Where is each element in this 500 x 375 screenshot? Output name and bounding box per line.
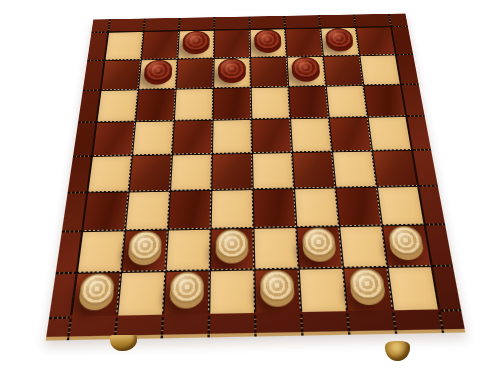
square-f8[interactable] [286, 29, 322, 56]
square-c3[interactable] [169, 191, 210, 229]
square-c4[interactable] [171, 155, 211, 190]
photo-background [0, 0, 500, 375]
square-g2[interactable] [340, 226, 386, 266]
square-f6[interactable] [289, 87, 327, 118]
checker-light-h2[interactable] [387, 226, 425, 260]
square-f3[interactable] [295, 189, 338, 227]
stitch-line [413, 149, 431, 151]
square-a7[interactable] [102, 60, 140, 89]
square-f1[interactable] [300, 269, 346, 312]
stitch-line [68, 191, 87, 193]
checker-dark-f7[interactable] [291, 57, 321, 82]
stitch-line [78, 121, 96, 123]
frame-stitch-lines [93, 14, 405, 20]
square-e8[interactable] [251, 29, 286, 56]
square-g1[interactable] [344, 268, 392, 311]
stitch-line [440, 309, 461, 312]
square-h4[interactable] [373, 151, 417, 186]
square-c1[interactable] [164, 271, 209, 314]
square-b4[interactable] [130, 155, 171, 190]
stitch-line [73, 155, 91, 157]
square-c6[interactable] [175, 89, 212, 120]
stitch-line [283, 16, 285, 28]
square-f7[interactable] [288, 57, 325, 86]
square-c2[interactable] [167, 230, 210, 270]
brass-clasp-left [110, 335, 137, 351]
stitch-line [56, 272, 76, 275]
checker-light-f2[interactable] [301, 228, 337, 262]
square-a8[interactable] [106, 32, 143, 59]
board-grid [70, 26, 440, 315]
square-b3[interactable] [126, 192, 169, 230]
square-e3[interactable] [254, 189, 295, 227]
square-c8[interactable] [178, 31, 213, 58]
checker-light-d2[interactable] [215, 229, 249, 263]
stitch-line [318, 15, 321, 27]
stitch-line [388, 14, 392, 26]
square-b2[interactable] [122, 231, 166, 271]
square-b1[interactable] [118, 272, 164, 315]
stitch-line [426, 223, 446, 225]
square-e5[interactable] [252, 119, 291, 152]
stitch-line [419, 185, 438, 187]
square-c7[interactable] [177, 59, 213, 88]
square-h3[interactable] [378, 187, 424, 224]
stitch-line [161, 317, 165, 338]
square-h2[interactable] [383, 226, 430, 266]
square-a1[interactable] [72, 273, 120, 316]
square-b5[interactable] [133, 121, 173, 154]
checker-light-b2[interactable] [127, 231, 163, 265]
stitch-line [107, 19, 110, 31]
checker-dark-g8[interactable] [325, 28, 355, 51]
square-d8[interactable] [215, 30, 250, 57]
square-a4[interactable] [88, 156, 130, 191]
brass-clasp-right [385, 341, 410, 361]
stitch-line [213, 17, 215, 29]
square-d1[interactable] [210, 271, 254, 314]
square-a3[interactable] [83, 193, 127, 231]
stitch-line [91, 31, 107, 33]
square-d3[interactable] [212, 190, 253, 228]
checker-light-a1[interactable] [77, 274, 115, 311]
stitch-line [402, 83, 419, 85]
square-d2[interactable] [211, 229, 253, 269]
checker-dark-b7[interactable] [143, 60, 173, 85]
square-g8[interactable] [321, 28, 358, 55]
stitch-line [407, 115, 425, 117]
square-d4[interactable] [212, 154, 251, 189]
checker-light-g1[interactable] [348, 268, 386, 305]
stitch-line [143, 19, 146, 31]
square-b8[interactable] [142, 31, 178, 58]
stitch-line [249, 17, 251, 29]
square-f5[interactable] [291, 118, 331, 151]
stitch-line [300, 314, 304, 335]
square-h5[interactable] [369, 117, 411, 150]
square-a6[interactable] [98, 90, 138, 121]
board-frame [46, 14, 466, 341]
stitch-line [254, 315, 257, 336]
stitch-line [83, 89, 100, 91]
square-e6[interactable] [252, 87, 289, 118]
square-g3[interactable] [337, 188, 381, 225]
square-b6[interactable] [136, 90, 174, 121]
stitch-line [49, 316, 70, 319]
stitch-line [87, 60, 104, 62]
stitch-line [346, 313, 350, 334]
checkers-board [46, 14, 466, 341]
square-a2[interactable] [78, 231, 124, 271]
square-e7[interactable] [251, 58, 287, 87]
square-d6[interactable] [214, 88, 251, 119]
stitch-line [433, 265, 453, 268]
checker-dark-d7[interactable] [218, 59, 246, 84]
stitch-line [438, 312, 444, 333]
checker-light-c1[interactable] [169, 272, 205, 309]
square-h7[interactable] [360, 55, 399, 84]
square-e1[interactable] [255, 270, 300, 313]
square-h6[interactable] [364, 85, 405, 116]
checker-light-e1[interactable] [260, 270, 296, 307]
square-c5[interactable] [173, 121, 212, 154]
square-f4[interactable] [293, 152, 334, 187]
square-a5[interactable] [93, 122, 134, 155]
square-g7[interactable] [324, 56, 362, 85]
square-b7[interactable] [139, 60, 176, 89]
stitch-line [392, 26, 408, 28]
square-g6[interactable] [327, 86, 367, 117]
square-g4[interactable] [333, 152, 376, 187]
square-f2[interactable] [297, 227, 341, 267]
stitch-line [392, 313, 397, 334]
stitch-line [67, 319, 72, 340]
square-e4[interactable] [253, 153, 293, 188]
checker-dark-c8[interactable] [182, 31, 210, 54]
square-g5[interactable] [330, 118, 371, 151]
stitch-line [397, 54, 414, 56]
square-d7[interactable] [214, 58, 250, 87]
stitch-line [207, 316, 210, 337]
square-h8[interactable] [357, 27, 395, 54]
square-h1[interactable] [389, 267, 438, 310]
stitch-line [62, 230, 82, 232]
checker-dark-e8[interactable] [254, 30, 282, 53]
stitch-line [353, 15, 356, 27]
stitch-line [178, 18, 180, 30]
square-e2[interactable] [255, 228, 298, 268]
square-d5[interactable] [213, 120, 251, 153]
